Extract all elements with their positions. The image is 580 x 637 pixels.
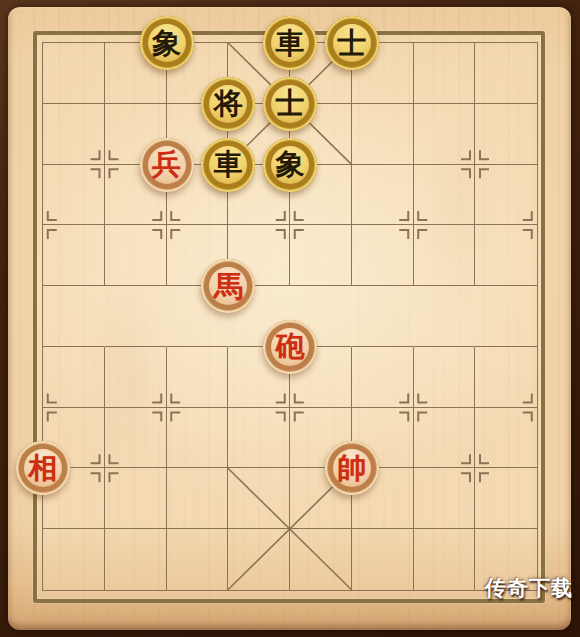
piece-glyph: 砲 — [276, 332, 305, 361]
board-cell — [414, 408, 476, 469]
piece-glyph: 士 — [276, 89, 305, 118]
piece-glyph: 象 — [152, 29, 181, 58]
board-cell — [43, 104, 105, 165]
piece-glyph: 馬 — [214, 272, 243, 301]
board-cell — [228, 529, 290, 590]
board-cell — [414, 529, 476, 590]
board-cell — [228, 408, 290, 469]
piece-glyph: 相 — [29, 454, 58, 483]
board-cell — [414, 225, 476, 286]
board-cell — [105, 347, 167, 408]
piece-glyph: 士 — [337, 29, 366, 58]
board-cell — [352, 347, 414, 408]
piece-glyph: 象 — [276, 150, 305, 179]
board-cell — [228, 468, 290, 529]
board-cell — [43, 347, 105, 408]
board-cell — [352, 529, 414, 590]
piece-red-soldier[interactable]: 兵 — [140, 138, 194, 192]
board-cell — [43, 286, 105, 347]
board-cell — [105, 468, 167, 529]
board-cell — [167, 529, 229, 590]
watermark-text: 传奇下载 — [485, 574, 573, 602]
board-cell — [352, 165, 414, 226]
board-cell — [414, 165, 476, 226]
board-cell — [475, 347, 537, 408]
board-cell — [105, 529, 167, 590]
board-cell — [414, 104, 476, 165]
board-cell — [43, 225, 105, 286]
piece-red-elephant[interactable]: 相 — [16, 441, 70, 495]
board-cell — [43, 529, 105, 590]
board-cell — [475, 468, 537, 529]
board-cell — [290, 529, 352, 590]
piece-red-general[interactable]: 帥 — [325, 441, 379, 495]
piece-black-elephant[interactable]: 象 — [263, 138, 317, 192]
board-cell — [43, 165, 105, 226]
board-cell — [352, 104, 414, 165]
board-cell — [414, 468, 476, 529]
board-cell — [475, 43, 537, 104]
board-cell — [475, 225, 537, 286]
piece-glyph: 車 — [214, 150, 243, 179]
piece-black-chariot[interactable]: 車 — [201, 138, 255, 192]
piece-black-advisor[interactable]: 士 — [325, 16, 379, 70]
board-cell — [105, 225, 167, 286]
piece-red-horse[interactable]: 馬 — [201, 259, 255, 313]
piece-black-chariot[interactable]: 車 — [263, 16, 317, 70]
board-cell — [167, 468, 229, 529]
piece-glyph: 兵 — [152, 150, 181, 179]
piece-glyph: 帥 — [337, 454, 366, 483]
board-cell — [414, 286, 476, 347]
board-cell — [290, 225, 352, 286]
board-cell — [352, 225, 414, 286]
piece-glyph: 将 — [214, 89, 243, 118]
board-cell — [475, 104, 537, 165]
board-cell — [475, 286, 537, 347]
board-cell — [475, 408, 537, 469]
piece-red-cannon[interactable]: 砲 — [263, 320, 317, 374]
piece-black-general[interactable]: 将 — [201, 77, 255, 131]
board-cell — [167, 408, 229, 469]
board-cell — [105, 408, 167, 469]
board-cell — [414, 347, 476, 408]
piece-black-elephant[interactable]: 象 — [140, 16, 194, 70]
xiangqi-game-screen: 象車士将士兵車象馬砲相帥 传奇下载 — [0, 0, 580, 637]
board-cell — [43, 43, 105, 104]
board-cell — [105, 286, 167, 347]
piece-black-advisor[interactable]: 士 — [263, 77, 317, 131]
board-cell — [414, 43, 476, 104]
board-cell — [167, 347, 229, 408]
board-cell — [352, 286, 414, 347]
board-cell — [475, 165, 537, 226]
piece-glyph: 車 — [276, 29, 305, 58]
